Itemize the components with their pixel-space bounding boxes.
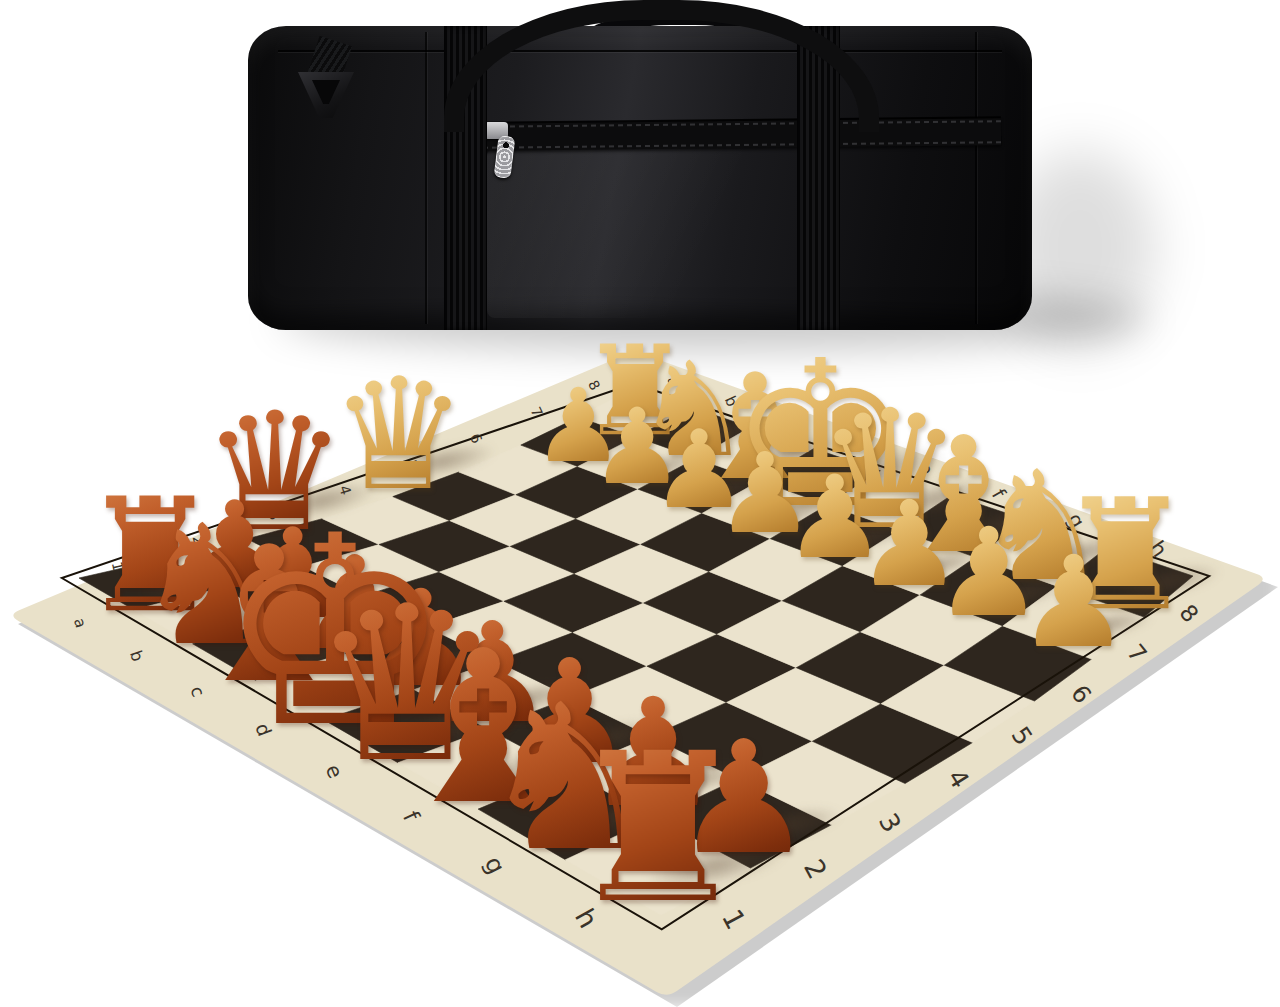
piece-white-rook-h1: ♜ — [566, 726, 751, 932]
product-photo-stage: aabbccddeeffgghh1122334455667788 ♜♞♟♝♟♛♚… — [0, 0, 1280, 1007]
piece-black-pawn-h7: ♟ — [1017, 540, 1130, 666]
